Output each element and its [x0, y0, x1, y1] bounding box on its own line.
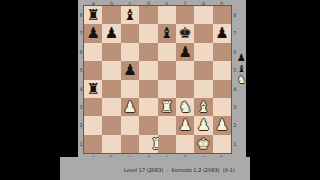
square-d2[interactable] [139, 116, 157, 134]
square-f5[interactable] [176, 61, 194, 79]
square-b1[interactable] [102, 135, 120, 153]
square-c2[interactable] [121, 116, 139, 134]
square-f6[interactable]: ♟ [176, 43, 194, 61]
piece-white-pawn[interactable]: ♟ [121, 98, 139, 116]
piece-black-king[interactable]: ♚ [176, 24, 194, 42]
piece-black-pawn[interactable]: ♟ [176, 43, 194, 61]
square-c7[interactable] [121, 24, 139, 42]
square-g7[interactable] [194, 24, 212, 42]
square-e7[interactable]: ♝ [158, 24, 176, 42]
square-d7[interactable] [139, 24, 157, 42]
coord-label-3: 3 [232, 98, 238, 116]
square-a3[interactable] [84, 98, 102, 116]
square-h2[interactable]: ♟ [213, 116, 231, 134]
square-g8[interactable] [194, 6, 212, 24]
square-g5[interactable] [194, 61, 212, 79]
square-g4[interactable] [194, 80, 212, 98]
coord-label-2: 2 [232, 116, 238, 134]
square-h1[interactable] [213, 135, 231, 153]
square-a4[interactable]: ♜ [84, 80, 102, 98]
square-a8[interactable]: ♜ [84, 6, 102, 24]
square-a6[interactable] [84, 43, 102, 61]
piece-white-pawn[interactable]: ♟ [194, 116, 212, 134]
square-d3[interactable] [139, 98, 157, 116]
square-e8[interactable] [158, 6, 176, 24]
chess-board[interactable]: ♜♝♟♟♝♚♟♟♟♜♟♜♞♝♟♟♟♜♚ [84, 6, 231, 153]
square-f2[interactable]: ♟ [176, 116, 194, 134]
video-frame: { "game": "chess", "position": { "fen": … [0, 0, 320, 180]
square-d4[interactable] [139, 80, 157, 98]
piece-black-rook[interactable]: ♜ [84, 6, 102, 24]
square-g6[interactable] [194, 43, 212, 61]
matchup-result-line: Level 17 (2083) - Komodo 1.2 (2083) (0-1… [124, 168, 250, 173]
piece-black-pawn[interactable]: ♟ [102, 24, 120, 42]
square-h8[interactable] [213, 6, 231, 24]
square-b6[interactable] [102, 43, 120, 61]
square-e4[interactable] [158, 80, 176, 98]
square-b2[interactable] [102, 116, 120, 134]
square-h6[interactable] [213, 43, 231, 61]
square-f3[interactable]: ♞ [176, 98, 194, 116]
square-d8[interactable] [139, 6, 157, 24]
square-c5[interactable]: ♟ [121, 61, 139, 79]
square-e3[interactable]: ♜ [158, 98, 176, 116]
coord-label-1: 1 [232, 135, 238, 153]
coord-label-8: 8 [232, 6, 238, 24]
captured-black-pawn-icon: ♟ [237, 52, 246, 63]
piece-black-pawn[interactable]: ♟ [84, 24, 102, 42]
piece-black-pawn[interactable]: ♟ [121, 61, 139, 79]
square-c3[interactable]: ♟ [121, 98, 139, 116]
captured-white-knight-icon: ♞ [237, 74, 246, 85]
square-g3[interactable]: ♝ [194, 98, 212, 116]
square-b4[interactable] [102, 80, 120, 98]
square-b7[interactable]: ♟ [102, 24, 120, 42]
square-f8[interactable] [176, 6, 194, 24]
captured-black-bishop-icon: ♝ [237, 63, 246, 74]
square-f7[interactable]: ♚ [176, 24, 194, 42]
caption-panel: Level 17 (2083) - Komodo 1.2 (2083) (0-1… [60, 157, 250, 180]
square-g1[interactable]: ♚ [194, 135, 212, 153]
piece-white-pawn[interactable]: ♟ [213, 116, 231, 134]
square-g2[interactable]: ♟ [194, 116, 212, 134]
piece-white-rook[interactable]: ♜ [158, 98, 176, 116]
square-e6[interactable] [158, 43, 176, 61]
piece-white-king[interactable]: ♚ [194, 135, 212, 153]
piece-black-pawn[interactable]: ♟ [213, 24, 231, 42]
square-d5[interactable] [139, 61, 157, 79]
piece-black-bishop[interactable]: ♝ [121, 6, 139, 24]
coord-label-7: 7 [232, 24, 238, 42]
square-h7[interactable]: ♟ [213, 24, 231, 42]
square-e1[interactable] [158, 135, 176, 153]
square-b3[interactable] [102, 98, 120, 116]
square-h5[interactable] [213, 61, 231, 79]
square-b8[interactable] [102, 6, 120, 24]
square-d1[interactable]: ♜ [139, 135, 157, 153]
piece-white-knight[interactable]: ♞ [176, 98, 194, 116]
square-a5[interactable] [84, 61, 102, 79]
square-e5[interactable] [158, 61, 176, 79]
piece-white-bishop[interactable]: ♝ [194, 98, 212, 116]
square-c6[interactable] [121, 43, 139, 61]
square-c4[interactable] [121, 80, 139, 98]
square-a1[interactable] [84, 135, 102, 153]
square-f1[interactable] [176, 135, 194, 153]
square-h3[interactable] [213, 98, 231, 116]
square-b5[interactable] [102, 61, 120, 79]
piece-white-pawn[interactable]: ♟ [176, 116, 194, 134]
square-e2[interactable] [158, 116, 176, 134]
square-c8[interactable]: ♝ [121, 6, 139, 24]
piece-black-rook[interactable]: ♜ [84, 80, 102, 98]
square-a7[interactable]: ♟ [84, 24, 102, 42]
square-h4[interactable] [213, 80, 231, 98]
square-a2[interactable] [84, 116, 102, 134]
chess-gui-panel: abcdefgh 87654321 ♜♝♟♟♝♚♟♟♟♜♟♜♞♝♟♟♟♜♚ 87… [78, 0, 246, 157]
square-c1[interactable] [121, 135, 139, 153]
square-f4[interactable] [176, 80, 194, 98]
square-d6[interactable] [139, 43, 157, 61]
piece-black-bishop[interactable]: ♝ [158, 24, 176, 42]
material-difference-strip: ♟♝♞ [237, 52, 246, 85]
